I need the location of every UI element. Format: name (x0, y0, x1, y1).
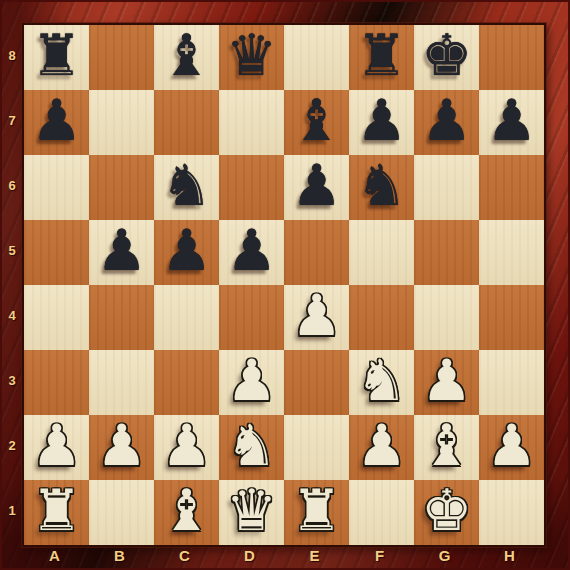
square-e4[interactable]: ♟ (284, 285, 349, 350)
square-a5[interactable] (24, 220, 89, 285)
square-d2[interactable]: ♞ (219, 415, 284, 480)
square-g1[interactable]: ♚ (414, 480, 479, 545)
square-b1[interactable] (89, 480, 154, 545)
square-h6[interactable] (479, 155, 544, 220)
square-f5[interactable] (349, 220, 414, 285)
piece-black-knight[interactable]: ♞ (161, 157, 212, 214)
square-h7[interactable]: ♟ (479, 90, 544, 155)
square-d6[interactable] (219, 155, 284, 220)
piece-black-pawn[interactable]: ♟ (161, 222, 212, 279)
square-f4[interactable] (349, 285, 414, 350)
piece-white-pawn[interactable]: ♟ (31, 417, 82, 474)
square-d1[interactable]: ♛ (219, 480, 284, 545)
piece-black-rook[interactable]: ♜ (356, 27, 407, 84)
square-f6[interactable]: ♞ (349, 155, 414, 220)
square-a1[interactable]: ♜ (24, 480, 89, 545)
piece-black-bishop[interactable]: ♝ (161, 27, 212, 84)
piece-white-pawn[interactable]: ♟ (96, 417, 147, 474)
square-g6[interactable] (414, 155, 479, 220)
square-d4[interactable] (219, 285, 284, 350)
square-a2[interactable]: ♟ (24, 415, 89, 480)
piece-white-queen[interactable]: ♛ (226, 482, 277, 539)
piece-black-pawn[interactable]: ♟ (226, 222, 277, 279)
square-e3[interactable] (284, 350, 349, 415)
square-c8[interactable]: ♝ (154, 25, 219, 90)
piece-black-pawn[interactable]: ♟ (486, 92, 537, 149)
square-a8[interactable]: ♜ (24, 25, 89, 90)
square-g4[interactable] (414, 285, 479, 350)
piece-white-king[interactable]: ♚ (421, 482, 472, 539)
square-b2[interactable]: ♟ (89, 415, 154, 480)
piece-white-knight[interactable]: ♞ (226, 417, 277, 474)
piece-white-rook[interactable]: ♜ (31, 482, 82, 539)
piece-black-bishop[interactable]: ♝ (291, 92, 342, 149)
square-h4[interactable] (479, 285, 544, 350)
square-b5[interactable]: ♟ (89, 220, 154, 285)
square-h5[interactable] (479, 220, 544, 285)
square-d5[interactable]: ♟ (219, 220, 284, 285)
piece-black-rook[interactable]: ♜ (31, 27, 82, 84)
piece-white-pawn[interactable]: ♟ (486, 417, 537, 474)
rank-label-1: 1 (2, 478, 22, 543)
square-f8[interactable]: ♜ (349, 25, 414, 90)
square-a6[interactable] (24, 155, 89, 220)
square-d7[interactable] (219, 90, 284, 155)
square-g2[interactable]: ♝ (414, 415, 479, 480)
board-frame: ♜♝♛♜♚♟♝♟♟♟♞♟♞♟♟♟♟♟♞♟♟♟♟♞♟♝♟♜♝♛♜♚ 8765432… (0, 0, 570, 570)
rank-label-2: 2 (2, 413, 22, 478)
rank-label-6: 6 (2, 153, 22, 218)
piece-black-queen[interactable]: ♛ (226, 27, 277, 84)
square-a7[interactable]: ♟ (24, 90, 89, 155)
piece-white-pawn[interactable]: ♟ (291, 287, 342, 344)
piece-white-rook[interactable]: ♜ (291, 482, 342, 539)
piece-black-king[interactable]: ♚ (421, 27, 472, 84)
square-a3[interactable] (24, 350, 89, 415)
rank-label-4: 4 (2, 283, 22, 348)
square-c6[interactable]: ♞ (154, 155, 219, 220)
square-c4[interactable] (154, 285, 219, 350)
rank-label-7: 7 (2, 88, 22, 153)
square-e2[interactable] (284, 415, 349, 480)
square-c7[interactable] (154, 90, 219, 155)
square-d8[interactable]: ♛ (219, 25, 284, 90)
square-e6[interactable]: ♟ (284, 155, 349, 220)
square-f7[interactable]: ♟ (349, 90, 414, 155)
square-f2[interactable]: ♟ (349, 415, 414, 480)
square-f3[interactable]: ♞ (349, 350, 414, 415)
square-b3[interactable] (89, 350, 154, 415)
piece-white-knight[interactable]: ♞ (356, 352, 407, 409)
piece-white-pawn[interactable]: ♟ (421, 352, 472, 409)
square-f1[interactable] (349, 480, 414, 545)
piece-black-pawn[interactable]: ♟ (291, 157, 342, 214)
square-b4[interactable] (89, 285, 154, 350)
piece-white-pawn[interactable]: ♟ (356, 417, 407, 474)
square-c5[interactable]: ♟ (154, 220, 219, 285)
piece-white-pawn[interactable]: ♟ (161, 417, 212, 474)
rank-label-8: 8 (2, 23, 22, 88)
square-e1[interactable]: ♜ (284, 480, 349, 545)
rank-label-5: 5 (2, 218, 22, 283)
square-h8[interactable] (479, 25, 544, 90)
square-g5[interactable] (414, 220, 479, 285)
square-c1[interactable]: ♝ (154, 480, 219, 545)
piece-black-pawn[interactable]: ♟ (96, 222, 147, 279)
square-e5[interactable] (284, 220, 349, 285)
piece-black-knight[interactable]: ♞ (356, 157, 407, 214)
square-e8[interactable] (284, 25, 349, 90)
square-h3[interactable] (479, 350, 544, 415)
square-b6[interactable] (89, 155, 154, 220)
square-d3[interactable]: ♟ (219, 350, 284, 415)
piece-black-pawn[interactable]: ♟ (421, 92, 472, 149)
piece-black-pawn[interactable]: ♟ (356, 92, 407, 149)
rank-labels: 87654321 (2, 23, 22, 543)
piece-black-pawn[interactable]: ♟ (31, 92, 82, 149)
square-e7[interactable]: ♝ (284, 90, 349, 155)
square-b8[interactable] (89, 25, 154, 90)
square-h1[interactable] (479, 480, 544, 545)
chess-board: ♜♝♛♜♚♟♝♟♟♟♞♟♞♟♟♟♟♟♞♟♟♟♟♞♟♝♟♜♝♛♜♚ (22, 23, 546, 547)
square-c3[interactable] (154, 350, 219, 415)
square-g7[interactable]: ♟ (414, 90, 479, 155)
square-h2[interactable]: ♟ (479, 415, 544, 480)
piece-white-bishop[interactable]: ♝ (161, 482, 212, 539)
piece-white-bishop[interactable]: ♝ (421, 417, 472, 474)
square-c2[interactable]: ♟ (154, 415, 219, 480)
square-g3[interactable]: ♟ (414, 350, 479, 415)
square-b7[interactable] (89, 90, 154, 155)
square-g8[interactable]: ♚ (414, 25, 479, 90)
square-a4[interactable] (24, 285, 89, 350)
rank-label-3: 3 (2, 348, 22, 413)
piece-white-pawn[interactable]: ♟ (226, 352, 277, 409)
